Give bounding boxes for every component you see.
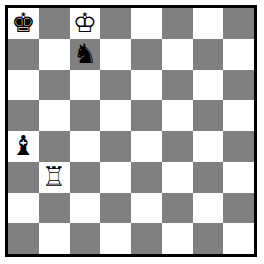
square-e1[interactable] <box>131 223 162 254</box>
square-h5[interactable] <box>223 100 254 131</box>
square-f8[interactable] <box>162 8 193 39</box>
square-f1[interactable] <box>162 223 193 254</box>
square-f7[interactable] <box>162 39 193 70</box>
square-d2[interactable] <box>100 193 131 224</box>
black-bishop[interactable]: ♝ <box>11 132 35 159</box>
square-b8[interactable] <box>39 8 70 39</box>
square-d4[interactable] <box>100 131 131 162</box>
square-b4[interactable] <box>39 131 70 162</box>
square-c4[interactable] <box>70 131 101 162</box>
square-d3[interactable] <box>100 162 131 193</box>
square-g4[interactable] <box>193 131 224 162</box>
square-a4[interactable]: ♝ <box>8 131 39 162</box>
square-a1[interactable] <box>8 223 39 254</box>
square-f2[interactable] <box>162 193 193 224</box>
square-d7[interactable] <box>100 39 131 70</box>
square-b5[interactable] <box>39 100 70 131</box>
square-a7[interactable] <box>8 39 39 70</box>
black-king[interactable]: ♚ <box>11 9 35 36</box>
square-c7[interactable]: ♞ <box>70 39 101 70</box>
white-rook[interactable]: ♖ <box>42 163 66 190</box>
square-c8[interactable]: ♔ <box>70 8 101 39</box>
square-e3[interactable] <box>131 162 162 193</box>
square-e8[interactable] <box>131 8 162 39</box>
square-h8[interactable] <box>223 8 254 39</box>
chessboard: ♚♔♞♝♖ <box>8 8 254 254</box>
square-e6[interactable] <box>131 70 162 101</box>
square-a3[interactable] <box>8 162 39 193</box>
square-c2[interactable] <box>70 193 101 224</box>
square-b2[interactable] <box>39 193 70 224</box>
white-king[interactable]: ♔ <box>73 9 97 36</box>
square-c5[interactable] <box>70 100 101 131</box>
square-h2[interactable] <box>223 193 254 224</box>
square-e2[interactable] <box>131 193 162 224</box>
square-g1[interactable] <box>193 223 224 254</box>
square-a6[interactable] <box>8 70 39 101</box>
square-a2[interactable] <box>8 193 39 224</box>
square-d6[interactable] <box>100 70 131 101</box>
square-h3[interactable] <box>223 162 254 193</box>
square-h7[interactable] <box>223 39 254 70</box>
square-g2[interactable] <box>193 193 224 224</box>
square-e4[interactable] <box>131 131 162 162</box>
square-c6[interactable] <box>70 70 101 101</box>
square-g5[interactable] <box>193 100 224 131</box>
square-b6[interactable] <box>39 70 70 101</box>
square-g8[interactable] <box>193 8 224 39</box>
square-g7[interactable] <box>193 39 224 70</box>
square-b7[interactable] <box>39 39 70 70</box>
square-h1[interactable] <box>223 223 254 254</box>
square-d1[interactable] <box>100 223 131 254</box>
square-g3[interactable] <box>193 162 224 193</box>
square-b3[interactable]: ♖ <box>39 162 70 193</box>
square-c3[interactable] <box>70 162 101 193</box>
square-e7[interactable] <box>131 39 162 70</box>
square-c1[interactable] <box>70 223 101 254</box>
square-f4[interactable] <box>162 131 193 162</box>
black-knight[interactable]: ♞ <box>73 40 97 67</box>
square-f6[interactable] <box>162 70 193 101</box>
square-d8[interactable] <box>100 8 131 39</box>
square-a8[interactable]: ♚ <box>8 8 39 39</box>
square-g6[interactable] <box>193 70 224 101</box>
board-background: ♚♔♞♝♖ <box>0 0 264 264</box>
square-h4[interactable] <box>223 131 254 162</box>
square-e5[interactable] <box>131 100 162 131</box>
square-f5[interactable] <box>162 100 193 131</box>
square-d5[interactable] <box>100 100 131 131</box>
square-h6[interactable] <box>223 70 254 101</box>
square-b1[interactable] <box>39 223 70 254</box>
square-a5[interactable] <box>8 100 39 131</box>
square-f3[interactable] <box>162 162 193 193</box>
board-border: ♚♔♞♝♖ <box>5 5 257 257</box>
